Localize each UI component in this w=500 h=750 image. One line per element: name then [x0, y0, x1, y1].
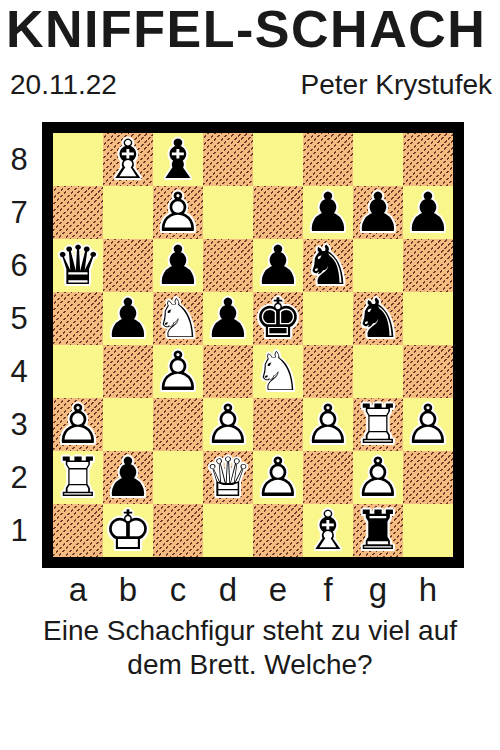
board-wrap: ♝♗♝♟♙♟♟♟♛♟♟♞♟♞♘♟♚♞♟♙♞♘♟♙♟♙♟♙♜♖♟♙♜♖♟♛♕♟♙♟…	[42, 122, 464, 568]
date-label: 20.11.22	[10, 68, 117, 102]
square-d1	[203, 504, 253, 557]
piece-black-pawn: ♟	[103, 451, 153, 504]
rank-label-5: 5	[0, 292, 38, 345]
page: KNIFFEL-SCHACH 20.11.22 Peter Krystufek …	[0, 0, 500, 750]
file-label-h: h	[403, 570, 453, 610]
square-h6	[403, 239, 453, 292]
square-b2: ♟	[103, 451, 153, 504]
piece-white-bishop: ♝♗	[103, 133, 153, 186]
square-h2	[403, 451, 453, 504]
piece-black-pawn: ♟	[403, 186, 453, 239]
square-a2: ♜♖	[53, 451, 103, 504]
square-g4	[353, 345, 403, 398]
piece-white-pawn: ♟♙	[353, 451, 403, 504]
rank-label-6: 6	[0, 239, 38, 292]
square-b5: ♟	[103, 292, 153, 345]
piece-white-bishop: ♝♗	[303, 504, 353, 557]
file-labels: abcdefgh	[53, 570, 453, 610]
square-b4	[103, 345, 153, 398]
square-d2: ♛♕	[203, 451, 253, 504]
square-f1: ♝♗	[303, 504, 353, 557]
file-label-f: f	[303, 570, 353, 610]
square-e4: ♞♘	[253, 345, 303, 398]
square-g7: ♟	[353, 186, 403, 239]
file-label-b: b	[103, 570, 153, 610]
square-a5	[53, 292, 103, 345]
square-d3: ♟♙	[203, 398, 253, 451]
rank-labels: 87654321	[0, 133, 38, 557]
piece-white-rook: ♜♖	[53, 451, 103, 504]
square-g8	[353, 133, 403, 186]
square-f8	[303, 133, 353, 186]
piece-black-king: ♚	[253, 292, 303, 345]
square-f6: ♞	[303, 239, 353, 292]
square-e1	[253, 504, 303, 557]
square-b1: ♚♔	[103, 504, 153, 557]
piece-black-queen: ♛	[53, 239, 103, 292]
square-d4	[203, 345, 253, 398]
file-label-c: c	[153, 570, 203, 610]
square-a6: ♛	[53, 239, 103, 292]
square-h1	[403, 504, 453, 557]
square-h3: ♟♙	[403, 398, 453, 451]
square-g6	[353, 239, 403, 292]
rank-label-2: 2	[0, 451, 38, 504]
square-f2	[303, 451, 353, 504]
square-e5: ♚	[253, 292, 303, 345]
square-b6	[103, 239, 153, 292]
square-e8	[253, 133, 303, 186]
square-e7	[253, 186, 303, 239]
square-c3	[153, 398, 203, 451]
chess-board: ♝♗♝♟♙♟♟♟♛♟♟♞♟♞♘♟♚♞♟♙♞♘♟♙♟♙♟♙♜♖♟♙♜♖♟♛♕♟♙♟…	[42, 122, 464, 568]
square-e2: ♟♙	[253, 451, 303, 504]
piece-white-queen: ♛♕	[203, 451, 253, 504]
piece-black-pawn: ♟	[203, 292, 253, 345]
square-f5	[303, 292, 353, 345]
piece-white-pawn: ♟♙	[253, 451, 303, 504]
rank-label-1: 1	[0, 504, 38, 557]
square-b8: ♝♗	[103, 133, 153, 186]
square-g5: ♞	[353, 292, 403, 345]
puzzle-question: Eine Schachfigur steht zu viel auf dem B…	[0, 614, 500, 682]
rank-label-8: 8	[0, 133, 38, 186]
square-g3: ♜♖	[353, 398, 403, 451]
piece-white-knight: ♞♘	[253, 345, 303, 398]
square-h5	[403, 292, 453, 345]
piece-black-pawn: ♟	[253, 239, 303, 292]
square-g2: ♟♙	[353, 451, 403, 504]
piece-white-pawn: ♟♙	[403, 398, 453, 451]
rank-label-7: 7	[0, 186, 38, 239]
square-f4	[303, 345, 353, 398]
square-b7	[103, 186, 153, 239]
rank-label-4: 4	[0, 345, 38, 398]
piece-white-pawn: ♟♙	[53, 398, 103, 451]
square-f7: ♟	[303, 186, 353, 239]
piece-white-rook: ♜♖	[353, 398, 403, 451]
square-d5: ♟	[203, 292, 253, 345]
square-d6	[203, 239, 253, 292]
piece-black-pawn: ♟	[353, 186, 403, 239]
file-label-e: e	[253, 570, 303, 610]
question-line-2: dem Brett. Welche?	[0, 648, 500, 682]
piece-white-pawn: ♟♙	[303, 398, 353, 451]
piece-white-pawn: ♟♙	[153, 186, 203, 239]
square-c5: ♞♘	[153, 292, 203, 345]
piece-black-knight: ♞	[353, 292, 403, 345]
rank-label-3: 3	[0, 398, 38, 451]
square-b3	[103, 398, 153, 451]
square-a7	[53, 186, 103, 239]
piece-black-bishop: ♝	[153, 133, 203, 186]
square-c8: ♝	[153, 133, 203, 186]
piece-white-knight: ♞♘	[153, 292, 203, 345]
square-a1	[53, 504, 103, 557]
author-label: Peter Krystufek	[301, 68, 492, 102]
square-d7	[203, 186, 253, 239]
square-a4	[53, 345, 103, 398]
piece-black-knight: ♞	[303, 239, 353, 292]
square-c1	[153, 504, 203, 557]
byline: 20.11.22 Peter Krystufek	[10, 68, 492, 102]
page-title: KNIFFEL-SCHACH	[6, 0, 496, 58]
piece-black-pawn: ♟	[103, 292, 153, 345]
square-e3	[253, 398, 303, 451]
square-h8	[403, 133, 453, 186]
square-c7: ♟♙	[153, 186, 203, 239]
piece-white-pawn: ♟♙	[153, 345, 203, 398]
square-c2	[153, 451, 203, 504]
file-label-a: a	[53, 570, 103, 610]
question-line-1: Eine Schachfigur steht zu viel auf	[0, 614, 500, 648]
file-label-g: g	[353, 570, 403, 610]
square-a8	[53, 133, 103, 186]
square-d8	[203, 133, 253, 186]
square-h4	[403, 345, 453, 398]
piece-black-rook: ♜	[353, 504, 403, 557]
square-e6: ♟	[253, 239, 303, 292]
square-c4: ♟♙	[153, 345, 203, 398]
piece-white-pawn: ♟♙	[203, 398, 253, 451]
square-g1: ♜	[353, 504, 403, 557]
file-label-d: d	[203, 570, 253, 610]
piece-black-pawn: ♟	[303, 186, 353, 239]
square-a3: ♟♙	[53, 398, 103, 451]
square-h7: ♟	[403, 186, 453, 239]
piece-white-king: ♚♔	[103, 504, 153, 557]
piece-black-pawn: ♟	[153, 239, 203, 292]
square-f3: ♟♙	[303, 398, 353, 451]
square-c6: ♟	[153, 239, 203, 292]
